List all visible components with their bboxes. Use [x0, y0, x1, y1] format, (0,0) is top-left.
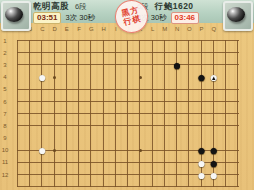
row-label-3: 3 [0, 59, 10, 71]
row-label-5: 5 [0, 83, 10, 95]
white-player-avatar-icon [227, 7, 245, 22]
black-stone-N3[interactable]: ● [171, 59, 183, 71]
star-point-D4 [53, 76, 56, 79]
row-label-1: 1 [0, 35, 10, 47]
left-player-clock: 03:51 [33, 12, 61, 24]
row-label-7: 7 [0, 108, 10, 120]
col-label-H: H [97, 25, 109, 33]
left-player-rank: 6段 [75, 2, 87, 12]
col-label-P: P [195, 25, 207, 33]
row-label-6: 6 [0, 96, 10, 108]
white-stone-C4[interactable]: ● [36, 71, 48, 83]
left-player-block: 乾明高股 6段 03:51 3次 30秒 [33, 2, 95, 22]
go-board[interactable]: ABCDEFGHIJKLMNOPQRS 123456789101112 ●●●●… [0, 23, 254, 190]
white-stone-Q12[interactable]: ● [208, 169, 220, 181]
row-coordinates: 123456789101112 [0, 35, 10, 181]
col-label-E: E [61, 25, 73, 33]
go-app-screen: 乾明高股 6段 03:51 3次 30秒 6段 行鲍1620 3次 30秒 03… [0, 0, 254, 190]
star-point-K4 [139, 76, 142, 79]
col-label-N: N [171, 25, 183, 33]
col-label-M: M [159, 25, 171, 33]
star-point-D10 [53, 149, 56, 152]
col-label-F: F [73, 25, 85, 33]
left-player-avatar[interactable] [1, 1, 31, 31]
row-label-12: 12 [0, 169, 10, 181]
row-label-4: 4 [0, 71, 10, 83]
right-player-name: 行鲍1620 [155, 1, 194, 13]
col-label-G: G [85, 25, 97, 33]
row-label-11: 11 [0, 156, 10, 168]
col-label-C: C [36, 25, 48, 33]
board-grid[interactable]: ●●●●●●●●▲●●● [12, 35, 245, 190]
right-player-avatar[interactable] [223, 1, 253, 31]
col-label-L: L [146, 25, 158, 33]
white-stone-C10[interactable]: ● [36, 144, 48, 156]
left-player-byoyomi: 3次 30秒 [65, 13, 95, 23]
row-label-2: 2 [0, 47, 10, 59]
col-label-Q: Q [208, 25, 220, 33]
turn-indicator-line2: 行棋 [123, 14, 143, 27]
row-label-8: 8 [0, 120, 10, 132]
col-label-D: D [48, 25, 60, 33]
white-stone-Q4[interactable]: ●▲ [208, 71, 220, 83]
left-player-name: 乾明高股 [33, 1, 69, 13]
black-stone-avatar-icon [5, 7, 23, 22]
last-move-marker: ▲ [211, 75, 217, 81]
row-label-10: 10 [0, 144, 10, 156]
star-point-K10 [139, 149, 142, 152]
col-label-O: O [183, 25, 195, 33]
black-stone-P4[interactable]: ● [195, 71, 207, 83]
right-player-clock: 03:46 [171, 12, 199, 24]
white-stone-P12[interactable]: ● [195, 169, 207, 181]
row-label-9: 9 [0, 132, 10, 144]
